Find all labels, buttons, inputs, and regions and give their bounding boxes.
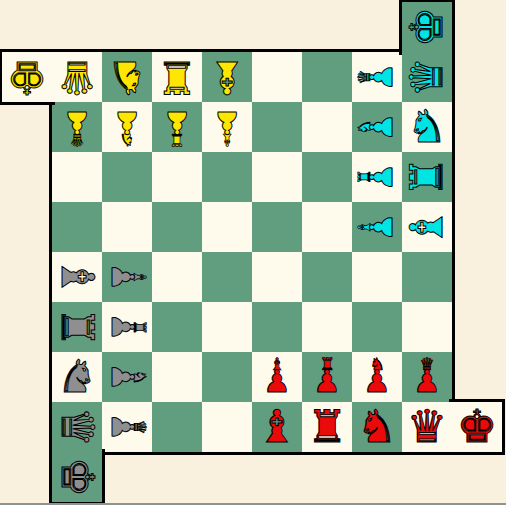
piece-red-pawn-queen[interactable]: ♛♟: [402, 352, 452, 402]
board-square[interactable]: [302, 102, 352, 152]
pawn-glyph: ♟: [107, 363, 139, 391]
board-square[interactable]: [102, 202, 152, 252]
board-square[interactable]: [252, 302, 302, 352]
pawn-glyph: ♟: [107, 263, 139, 291]
queen-glyph: ♛: [57, 53, 97, 101]
pawn-glyph: ♟: [363, 365, 391, 397]
board-square[interactable]: [302, 152, 352, 202]
pawn-glyph: ♟: [107, 413, 139, 441]
board-square[interactable]: [102, 152, 152, 202]
board-square[interactable]: [202, 352, 252, 402]
piece-yellow-bishop[interactable]: ♝: [202, 52, 252, 102]
board-square[interactable]: [152, 152, 202, 202]
piece-red-pawn-rook[interactable]: ♜♟: [302, 352, 352, 402]
piece-gray-knight[interactable]: ♞: [52, 352, 102, 402]
board-square[interactable]: [252, 202, 302, 252]
board-square[interactable]: [402, 252, 452, 302]
piece-yellow-king[interactable]: ♚: [2, 52, 52, 102]
piece-gray-pawn-queen[interactable]: ♛♟: [102, 402, 152, 452]
knight-glyph: ♞: [357, 403, 397, 451]
pawn-glyph: ♟: [365, 63, 397, 91]
board-square[interactable]: [352, 302, 402, 352]
piece-yellow-knight[interactable]: ♞: [102, 52, 152, 102]
board-square[interactable]: [202, 202, 252, 252]
piece-red-king[interactable]: ♚: [452, 402, 502, 452]
board-square[interactable]: [252, 52, 302, 102]
piece-yellow-pawn-rook[interactable]: ♜♟: [152, 102, 202, 152]
queen-glyph: ♛: [407, 403, 447, 451]
pawn-glyph: ♟: [113, 107, 141, 139]
board-square[interactable]: [152, 352, 202, 402]
queen-glyph: ♛: [53, 407, 101, 447]
king-glyph: ♚: [53, 457, 101, 497]
board-square[interactable]: [302, 302, 352, 352]
board-square[interactable]: [52, 202, 102, 252]
game-window: ♚♛♞♜♝♛♟♞♟♜♟♝♟♚♛♞♜♝♛♟♞♟♜♟♝♟♝♜♞♛♚♝♟♜♟♞♟♛♟♝…: [0, 0, 506, 505]
pawn-glyph: ♟: [313, 365, 341, 397]
board-square[interactable]: [202, 402, 252, 452]
piece-cyan-bishop[interactable]: ♝: [402, 202, 452, 252]
board-square[interactable]: [52, 152, 102, 202]
board-square[interactable]: [202, 152, 252, 202]
piece-cyan-pawn-rook[interactable]: ♜♟: [352, 152, 402, 202]
pawn-glyph: ♟: [365, 213, 397, 241]
piece-red-pawn-bishop[interactable]: ♝♟: [252, 352, 302, 402]
piece-gray-bishop[interactable]: ♝: [52, 252, 102, 302]
board-square[interactable]: [252, 252, 302, 302]
piece-yellow-pawn-queen[interactable]: ♛♟: [52, 102, 102, 152]
piece-cyan-pawn-knight[interactable]: ♞♟: [352, 102, 402, 152]
piece-yellow-pawn-bishop[interactable]: ♝♟: [202, 102, 252, 152]
piece-yellow-pawn-knight[interactable]: ♞♟: [102, 102, 152, 152]
piece-red-bishop[interactable]: ♝: [252, 402, 302, 452]
board-square[interactable]: [402, 302, 452, 352]
piece-gray-pawn-rook[interactable]: ♜♟: [102, 302, 152, 352]
pawn-glyph: ♟: [413, 365, 441, 397]
rook-glyph: ♜: [53, 307, 101, 347]
pawn-glyph: ♟: [107, 313, 139, 341]
pawn-glyph: ♟: [365, 163, 397, 191]
piece-cyan-pawn-bishop[interactable]: ♝♟: [352, 202, 402, 252]
pawn-glyph: ♟: [163, 107, 191, 139]
board-square[interactable]: [302, 252, 352, 302]
rook-glyph: ♜: [307, 403, 347, 451]
board-square[interactable]: [252, 152, 302, 202]
pawn-glyph: ♟: [365, 113, 397, 141]
bishop-glyph: ♝: [403, 207, 451, 247]
piece-gray-queen[interactable]: ♛: [52, 402, 102, 452]
piece-yellow-rook[interactable]: ♜: [152, 52, 202, 102]
king-glyph: ♚: [457, 403, 497, 451]
bishop-glyph: ♝: [207, 53, 247, 101]
board-square[interactable]: [152, 202, 202, 252]
piece-gray-pawn-bishop[interactable]: ♝♟: [102, 252, 152, 302]
king-glyph: ♚: [403, 7, 451, 47]
board-square[interactable]: [152, 402, 202, 452]
piece-cyan-pawn-queen[interactable]: ♛♟: [352, 52, 402, 102]
board-square[interactable]: [302, 202, 352, 252]
knight-glyph: ♞: [407, 103, 447, 151]
piece-red-knight[interactable]: ♞: [352, 402, 402, 452]
piece-cyan-queen[interactable]: ♛: [402, 52, 452, 102]
pawn-glyph: ♟: [263, 365, 291, 397]
knight-glyph: ♞: [57, 353, 97, 401]
bishop-glyph: ♝: [257, 403, 297, 451]
piece-cyan-knight[interactable]: ♞: [402, 102, 452, 152]
pawn-glyph: ♟: [63, 107, 91, 139]
piece-red-queen[interactable]: ♛: [402, 402, 452, 452]
queen-glyph: ♛: [403, 57, 451, 97]
piece-cyan-rook[interactable]: ♜: [402, 152, 452, 202]
rook-glyph: ♜: [157, 53, 197, 101]
board-square[interactable]: [152, 302, 202, 352]
piece-red-pawn-knight[interactable]: ♞♟: [352, 352, 402, 402]
board-square[interactable]: [202, 252, 252, 302]
rook-glyph: ♜: [403, 157, 451, 197]
pawn-glyph: ♟: [213, 107, 241, 139]
piece-red-rook[interactable]: ♜: [302, 402, 352, 452]
piece-gray-rook[interactable]: ♜: [52, 302, 102, 352]
board-square[interactable]: [302, 52, 352, 102]
piece-yellow-queen[interactable]: ♛: [52, 52, 102, 102]
king-glyph: ♚: [7, 53, 47, 101]
board-square[interactable]: [252, 102, 302, 152]
piece-gray-pawn-knight[interactable]: ♞♟: [102, 352, 152, 402]
piece-gray-king[interactable]: ♚: [52, 452, 102, 502]
board-square[interactable]: [152, 252, 202, 302]
bishop-glyph: ♝: [53, 257, 101, 297]
piece-cyan-king[interactable]: ♚: [402, 2, 452, 52]
board-square[interactable]: [352, 252, 402, 302]
board-square[interactable]: [202, 302, 252, 352]
knight-glyph: ♞: [107, 53, 147, 101]
